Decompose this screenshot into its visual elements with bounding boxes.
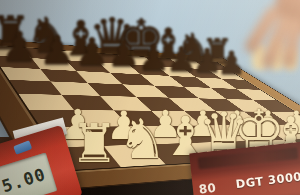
clock-display: 5.00 bbox=[0, 153, 57, 195]
player-hand bbox=[231, 0, 300, 93]
box-side-label: 80 bbox=[198, 181, 216, 195]
chess-photo-scene: ♜♞♝♛♚♝♞♜♟♟♟♟♟♟♟♟♟♟♟♟♟♟♟♟♜♞♝♛♚♝♞♜ 5.00 80… bbox=[0, 0, 300, 195]
box-top-print bbox=[198, 147, 299, 169]
clock-sticker bbox=[13, 140, 32, 154]
box-brand-label: DGT 3000 bbox=[235, 169, 300, 191]
